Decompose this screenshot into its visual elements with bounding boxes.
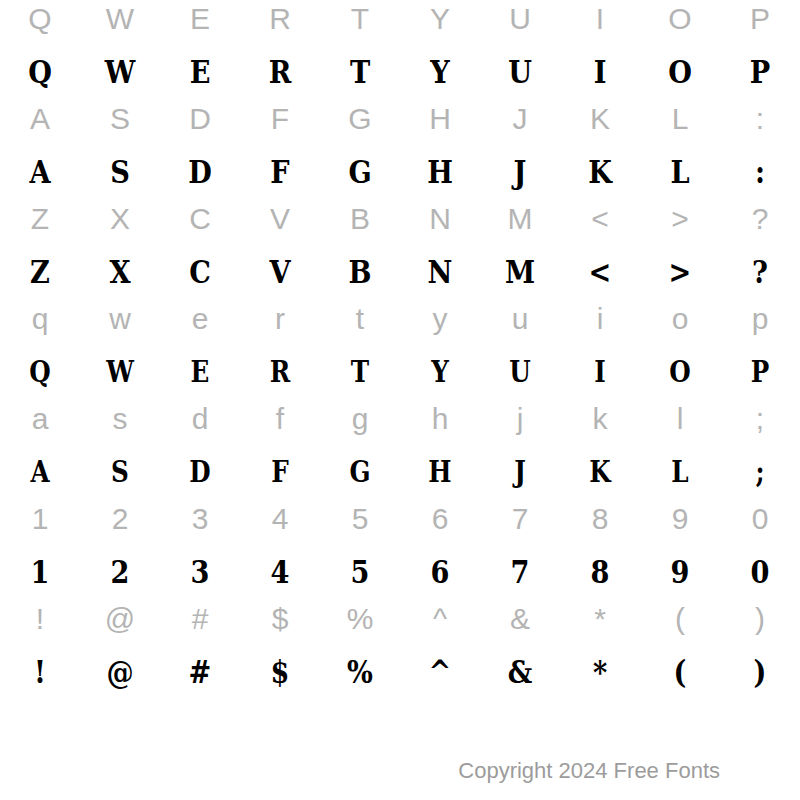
reference-glyph-cell: D <box>160 94 240 144</box>
font-specimen-sheet: QWERTYUIOPQWERTYUIOPASDFGHJKL:ASDFGHJKL:… <box>0 0 800 800</box>
styled-glyph-cell: D <box>166 147 234 197</box>
reference-glyph-cell: M <box>480 194 560 244</box>
copyright-text: Copyright 2024 Free Fonts <box>458 758 720 784</box>
reference-glyph-cell: G <box>320 94 400 144</box>
styled-glyph-cell: 4 <box>246 547 314 597</box>
styled-glyph-cell: ( <box>646 647 714 697</box>
styled-glyph-cell: 6 <box>406 547 474 597</box>
styled-glyph-cell: * <box>566 647 634 697</box>
reference-glyph-cell: > <box>640 194 720 244</box>
styled-glyph-cell: ^ <box>406 647 474 697</box>
styled-glyph-cell: F <box>246 147 314 197</box>
styled-glyph-cell: 5 <box>326 547 394 597</box>
reference-glyph-cell: U <box>480 0 560 44</box>
reference-glyph-cell: E <box>160 0 240 44</box>
styled-glyph-cell: # <box>166 647 234 697</box>
styled-glyph-cell: A <box>6 447 74 497</box>
reference-glyph-cell: < <box>560 194 640 244</box>
styled-glyph-cell: R <box>246 347 314 397</box>
styled-glyph-cell: T <box>326 347 394 397</box>
reference-glyph-cell: ? <box>720 194 800 244</box>
styled-glyph-cell: @ <box>86 647 154 697</box>
reference-glyph-cell: ^ <box>400 594 480 644</box>
styled-glyph-cell: G <box>326 147 394 197</box>
reference-glyph-cell: 2 <box>80 494 160 544</box>
styled-glyph-cell: 8 <box>566 547 634 597</box>
styled-glyph-cell: C <box>166 247 234 297</box>
styled-glyph-cell: O <box>646 47 714 97</box>
styled-glyph-cell: 1 <box>6 547 74 597</box>
reference-glyph-cell: K <box>560 94 640 144</box>
reference-glyph-cell: u <box>480 294 560 344</box>
styled-glyph-cell: W <box>86 347 154 397</box>
reference-glyph-cell: e <box>160 294 240 344</box>
reference-glyph-cell: $ <box>240 594 320 644</box>
styled-glyph-cell: ! <box>6 647 74 697</box>
reference-glyph-cell: C <box>160 194 240 244</box>
reference-glyph-cell: & <box>480 594 560 644</box>
styled-glyph-cell: 3 <box>166 547 234 597</box>
reference-glyph-cell: y <box>400 294 480 344</box>
styled-glyph-cell: 0 <box>726 547 794 597</box>
reference-glyph-cell: ! <box>0 594 80 644</box>
styled-glyph-cell: H <box>406 147 474 197</box>
reference-glyph-cell: J <box>480 94 560 144</box>
reference-glyph-cell: R <box>240 0 320 44</box>
styled-glyph-cell: $ <box>246 647 314 697</box>
reference-glyph-cell: ) <box>720 594 800 644</box>
styled-glyph-cell: D <box>166 447 234 497</box>
reference-glyph-cell: 4 <box>240 494 320 544</box>
styled-glyph-cell: ? <box>726 247 794 297</box>
styled-glyph-cell: E <box>166 347 234 397</box>
reference-glyph-cell: d <box>160 394 240 444</box>
styled-glyph-cell: B <box>326 247 394 297</box>
reference-glyph-cell: S <box>80 94 160 144</box>
reference-glyph-cell: X <box>80 194 160 244</box>
styled-glyph-cell: Q <box>6 47 74 97</box>
reference-glyph-cell: P <box>720 0 800 44</box>
styled-glyph-cell: : <box>726 147 794 197</box>
styled-glyph-cell: K <box>566 147 634 197</box>
styled-glyph-cell: N <box>406 247 474 297</box>
reference-glyph-cell: s <box>80 394 160 444</box>
reference-glyph-cell: k <box>560 394 640 444</box>
styled-glyph-cell: T <box>326 47 394 97</box>
styled-glyph-cell: L <box>646 447 714 497</box>
styled-glyph-cell: > <box>646 247 714 297</box>
styled-glyph-cell: I <box>566 47 634 97</box>
styled-glyph-cell: < <box>566 247 634 297</box>
reference-glyph-cell: # <box>160 594 240 644</box>
styled-glyph-cell: P <box>726 347 794 397</box>
reference-glyph-cell: 3 <box>160 494 240 544</box>
reference-glyph-cell: i <box>560 294 640 344</box>
styled-glyph-cell: X <box>86 247 154 297</box>
reference-glyph-cell: f <box>240 394 320 444</box>
styled-glyph-cell: Z <box>6 247 74 297</box>
styled-glyph-cell: & <box>486 647 554 697</box>
reference-glyph-cell: Q <box>0 0 80 44</box>
reference-glyph-cell: 5 <box>320 494 400 544</box>
styled-glyph-cell: A <box>6 147 74 197</box>
reference-glyph-cell: % <box>320 594 400 644</box>
reference-glyph-cell: Z <box>0 194 80 244</box>
styled-glyph-cell: 9 <box>646 547 714 597</box>
styled-glyph-cell: Q <box>6 347 74 397</box>
reference-glyph-cell: j <box>480 394 560 444</box>
styled-glyph-cell: J <box>486 147 554 197</box>
styled-glyph-cell: 2 <box>86 547 154 597</box>
styled-glyph-cell: S <box>86 447 154 497</box>
styled-glyph-cell: F <box>246 447 314 497</box>
reference-glyph-cell: 9 <box>640 494 720 544</box>
reference-glyph-cell: ; <box>720 394 800 444</box>
reference-glyph-cell: h <box>400 394 480 444</box>
styled-glyph-cell: ) <box>726 647 794 697</box>
styled-glyph-cell: R <box>246 47 314 97</box>
reference-glyph-cell: r <box>240 294 320 344</box>
styled-glyph-cell: G <box>326 447 394 497</box>
styled-glyph-cell: M <box>486 247 554 297</box>
reference-glyph-cell: W <box>80 0 160 44</box>
reference-glyph-cell: : <box>720 94 800 144</box>
styled-glyph-cell: P <box>726 47 794 97</box>
styled-glyph-cell: % <box>326 647 394 697</box>
reference-glyph-cell: t <box>320 294 400 344</box>
reference-glyph-cell: H <box>400 94 480 144</box>
reference-glyph-cell: g <box>320 394 400 444</box>
reference-glyph-cell: Y <box>400 0 480 44</box>
styled-glyph-cell: U <box>486 347 554 397</box>
reference-glyph-cell: o <box>640 294 720 344</box>
styled-glyph-cell: J <box>486 447 554 497</box>
reference-glyph-cell: 7 <box>480 494 560 544</box>
styled-glyph-cell: K <box>566 447 634 497</box>
styled-glyph-cell: V <box>246 247 314 297</box>
styled-glyph-cell: E <box>166 47 234 97</box>
styled-glyph-cell: Y <box>406 347 474 397</box>
reference-glyph-cell: 1 <box>0 494 80 544</box>
styled-glyph-cell: H <box>406 447 474 497</box>
reference-glyph-cell: I <box>560 0 640 44</box>
reference-glyph-cell: q <box>0 294 80 344</box>
reference-glyph-cell: A <box>0 94 80 144</box>
reference-glyph-cell: l <box>640 394 720 444</box>
styled-glyph-cell: Y <box>406 47 474 97</box>
reference-glyph-cell: p <box>720 294 800 344</box>
styled-glyph-cell: U <box>486 47 554 97</box>
reference-glyph-cell: L <box>640 94 720 144</box>
reference-glyph-cell: * <box>560 594 640 644</box>
reference-glyph-cell: N <box>400 194 480 244</box>
styled-glyph-cell: L <box>646 147 714 197</box>
character-grid: QWERTYUIOPQWERTYUIOPASDFGHJKL:ASDFGHJKL:… <box>0 0 800 700</box>
reference-glyph-cell: w <box>80 294 160 344</box>
styled-glyph-cell: I <box>566 347 634 397</box>
reference-glyph-cell: B <box>320 194 400 244</box>
reference-glyph-cell: 0 <box>720 494 800 544</box>
reference-glyph-cell: 6 <box>400 494 480 544</box>
reference-glyph-cell: @ <box>80 594 160 644</box>
reference-glyph-cell: a <box>0 394 80 444</box>
reference-glyph-cell: F <box>240 94 320 144</box>
reference-glyph-cell: T <box>320 0 400 44</box>
reference-glyph-cell: 8 <box>560 494 640 544</box>
reference-glyph-cell: ( <box>640 594 720 644</box>
reference-glyph-cell: O <box>640 0 720 44</box>
styled-glyph-cell: 7 <box>486 547 554 597</box>
styled-glyph-cell: W <box>86 47 154 97</box>
styled-glyph-cell: O <box>646 347 714 397</box>
styled-glyph-cell: ; <box>726 447 794 497</box>
styled-glyph-cell: S <box>86 147 154 197</box>
reference-glyph-cell: V <box>240 194 320 244</box>
